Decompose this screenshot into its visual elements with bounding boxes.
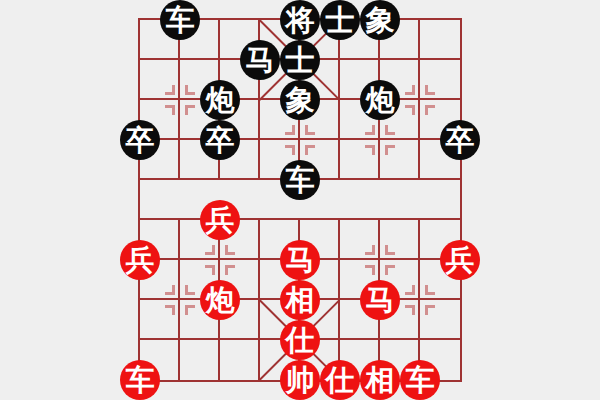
point-marker-corner — [385, 265, 395, 275]
point-marker-corner — [185, 105, 195, 115]
point-marker-corner — [225, 245, 235, 255]
piece-black-soldier[interactable]: 卒 — [120, 120, 160, 160]
board-cell[interactable] — [220, 340, 260, 380]
piece-black-elephant[interactable]: 象 — [280, 80, 320, 120]
point-marker-corner — [165, 285, 175, 295]
point-marker — [165, 85, 195, 115]
point-marker-corner — [385, 125, 395, 135]
point-marker-corner — [365, 145, 375, 155]
point-marker-corner — [425, 305, 435, 315]
point-marker-corner — [185, 285, 195, 295]
point-marker-corner — [305, 125, 315, 135]
point-marker-corner — [425, 285, 435, 295]
piece-red-elephant[interactable]: 相 — [280, 280, 320, 320]
board-cell[interactable] — [420, 180, 460, 220]
point-marker — [405, 285, 435, 315]
board-cell[interactable] — [340, 180, 380, 220]
piece-red-chariot[interactable]: 车 — [400, 360, 440, 400]
piece-red-general[interactable]: 帅 — [280, 360, 320, 400]
point-marker — [165, 285, 195, 315]
piece-black-elephant[interactable]: 象 — [360, 0, 400, 40]
piece-black-horse[interactable]: 马 — [240, 40, 280, 80]
board-cell[interactable] — [140, 180, 180, 220]
piece-black-soldier[interactable]: 卒 — [200, 120, 240, 160]
piece-red-advisor[interactable]: 仕 — [320, 360, 360, 400]
piece-red-soldier[interactable]: 兵 — [120, 240, 160, 280]
piece-red-horse[interactable]: 马 — [280, 240, 320, 280]
point-marker-corner — [165, 105, 175, 115]
point-marker-corner — [425, 105, 435, 115]
piece-black-cannon[interactable]: 炮 — [360, 80, 400, 120]
board-cell[interactable] — [180, 340, 220, 380]
piece-black-chariot[interactable]: 车 — [160, 0, 200, 40]
point-marker-corner — [365, 125, 375, 135]
point-marker-corner — [425, 85, 435, 95]
point-marker-corner — [285, 145, 295, 155]
point-marker — [405, 85, 435, 115]
point-marker-corner — [285, 125, 295, 135]
point-marker-corner — [305, 145, 315, 155]
piece-black-chariot[interactable]: 车 — [280, 160, 320, 200]
piece-red-chariot[interactable]: 车 — [120, 360, 160, 400]
piece-black-soldier[interactable]: 卒 — [440, 120, 480, 160]
point-marker-corner — [405, 285, 415, 295]
point-marker-corner — [365, 265, 375, 275]
piece-black-advisor[interactable]: 士 — [320, 0, 360, 40]
point-marker-corner — [205, 265, 215, 275]
point-marker — [285, 125, 315, 155]
point-marker-corner — [405, 305, 415, 315]
piece-red-horse[interactable]: 马 — [360, 280, 400, 320]
point-marker — [365, 125, 395, 155]
point-marker-corner — [165, 305, 175, 315]
piece-red-elephant[interactable]: 相 — [360, 360, 400, 400]
point-marker-corner — [405, 105, 415, 115]
point-marker-corner — [405, 85, 415, 95]
point-marker — [365, 245, 395, 275]
point-marker — [205, 245, 235, 275]
point-marker-corner — [225, 265, 235, 275]
piece-red-soldier[interactable]: 兵 — [200, 200, 240, 240]
board-cell[interactable] — [420, 20, 460, 60]
piece-red-cannon[interactable]: 炮 — [200, 280, 240, 320]
piece-black-cannon[interactable]: 炮 — [200, 80, 240, 120]
point-marker-corner — [385, 145, 395, 155]
piece-black-advisor[interactable]: 士 — [280, 40, 320, 80]
game-stage: 车将士象马士炮象炮卒卒卒车兵兵马兵炮相马仕车帅仕相车 — [0, 0, 600, 400]
point-marker-corner — [165, 85, 175, 95]
point-marker-corner — [205, 245, 215, 255]
piece-red-advisor[interactable]: 仕 — [280, 320, 320, 360]
point-marker-corner — [185, 305, 195, 315]
piece-red-soldier[interactable]: 兵 — [440, 240, 480, 280]
board-cell[interactable] — [380, 180, 420, 220]
point-marker-corner — [385, 245, 395, 255]
point-marker-corner — [185, 85, 195, 95]
point-marker-corner — [365, 245, 375, 255]
piece-black-general[interactable]: 将 — [280, 0, 320, 40]
